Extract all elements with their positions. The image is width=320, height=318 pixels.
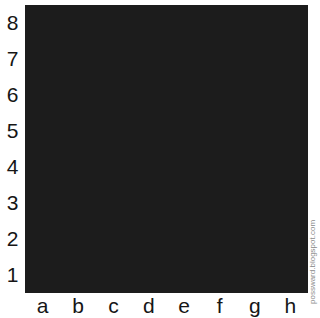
file-label-c: c: [96, 293, 131, 318]
watermark: possward.blogspot.com: [308, 297, 318, 298]
rank-label-1: 1: [0, 257, 25, 293]
rank-label-7: 7: [0, 41, 25, 77]
rank-labels: 8 7 6 5 4 3 2 1: [0, 5, 25, 293]
rank-label-6: 6: [0, 77, 25, 113]
file-label-f: f: [202, 293, 237, 318]
rank-label-5: 5: [0, 113, 25, 149]
file-label-h: h: [273, 293, 308, 318]
watermark-text: possward.blogspot.com: [308, 220, 317, 304]
rank-label-3: 3: [0, 185, 25, 221]
chess-diagram: 8 7 6 5 4 3 2 1 a b c d e f g h possward…: [0, 0, 320, 318]
file-labels: a b c d e f g h: [25, 293, 308, 318]
file-label-d: d: [131, 293, 166, 318]
file-label-g: g: [237, 293, 272, 318]
file-label-b: b: [60, 293, 95, 318]
rank-label-2: 2: [0, 221, 25, 257]
board: [25, 5, 308, 293]
file-label-e: e: [167, 293, 202, 318]
rank-label-8: 8: [0, 5, 25, 41]
rank-label-4: 4: [0, 149, 25, 185]
file-label-a: a: [25, 293, 60, 318]
